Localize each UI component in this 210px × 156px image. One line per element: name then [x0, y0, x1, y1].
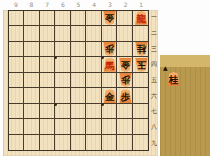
rank-label: 五 [150, 73, 158, 89]
board-cell[interactable] [55, 104, 70, 119]
board-cell[interactable] [24, 73, 39, 88]
board-cell[interactable] [40, 135, 55, 150]
board-cell[interactable] [133, 104, 148, 119]
rank-label: 六 [150, 88, 158, 104]
rank-label: 一 [150, 10, 158, 26]
board-cell[interactable] [71, 88, 86, 103]
board-cell[interactable] [71, 42, 86, 57]
board-cell[interactable] [40, 119, 55, 134]
board-cell[interactable] [55, 73, 70, 88]
board-cell[interactable] [55, 57, 70, 72]
file-label-3: 3 [102, 0, 118, 9]
file-label-5: 5 [71, 0, 87, 9]
board-cell[interactable] [40, 88, 55, 103]
board-cell[interactable] [9, 42, 24, 57]
board-cell[interactable] [86, 119, 101, 134]
board-cell[interactable] [71, 104, 86, 119]
board-cell[interactable] [71, 26, 86, 41]
board-cell[interactable] [9, 104, 24, 119]
board-cell[interactable] [9, 11, 24, 26]
file-label-8: 8 [24, 0, 40, 9]
board-cell[interactable] [102, 73, 117, 88]
board-cell[interactable] [117, 42, 132, 57]
rank-label: 八 [150, 120, 158, 136]
board-cell[interactable] [102, 26, 117, 41]
piece-glyph: 歩 [121, 90, 131, 104]
piece-glyph: 金 [121, 57, 131, 71]
board-cell[interactable] [9, 119, 24, 134]
piece-glyph: 金 [105, 90, 115, 104]
file-label-9: 9 [8, 0, 24, 9]
board-cell[interactable] [24, 57, 39, 72]
shogi-board: 金龍歩桂馬金玉歩金歩 [3, 10, 158, 156]
board-cell[interactable] [117, 119, 132, 134]
piece-glyph: 歩 [105, 42, 115, 56]
piece-glyph: 歩 [121, 73, 131, 87]
file-label-2: 2 [118, 0, 134, 9]
board-cell[interactable] [24, 119, 39, 134]
board-cell[interactable] [24, 104, 39, 119]
board-cell[interactable] [9, 73, 24, 88]
file-label-4: 4 [86, 0, 102, 9]
board-cell[interactable] [71, 119, 86, 134]
board-cell[interactable] [133, 73, 148, 88]
board-cell[interactable] [71, 135, 86, 150]
board-cell[interactable] [86, 11, 101, 26]
piece-glyph: 龍 [136, 11, 146, 25]
board-cell[interactable] [86, 135, 101, 150]
piece-glyph: 玉 [136, 57, 146, 71]
board-cell[interactable] [55, 42, 70, 57]
hoshi-dot [101, 103, 104, 106]
sente-marker-icon: ▲ [163, 64, 168, 71]
board-cell[interactable] [117, 11, 132, 26]
board-cell[interactable] [133, 26, 148, 41]
sente-komadai: ▲ 桂 [160, 55, 210, 156]
hoshi-dot [54, 103, 57, 106]
shogi-diagram: 987654321 金龍歩桂馬金玉歩金歩 一二三四五六七八九 ▲ 桂 [0, 0, 210, 156]
board-cell[interactable] [117, 104, 132, 119]
board-cell[interactable] [9, 88, 24, 103]
hoshi-dot [54, 56, 57, 59]
komadai-header: ▲ [160, 55, 210, 67]
rank-label: 二 [150, 26, 158, 42]
board-cell[interactable] [24, 11, 39, 26]
piece-glyph: 馬 [105, 58, 115, 72]
file-coordinate-labels: 987654321 [8, 0, 149, 9]
file-label-6: 6 [55, 0, 71, 9]
board-cell[interactable] [55, 135, 70, 150]
board-cell[interactable] [9, 57, 24, 72]
board-cell[interactable] [9, 26, 24, 41]
board-cell[interactable] [55, 88, 70, 103]
board-cell[interactable] [86, 104, 101, 119]
board-cell[interactable] [40, 73, 55, 88]
rank-label: 九 [150, 135, 158, 151]
komadai-piece-桂[interactable]: 桂 [167, 72, 180, 86]
board-cell[interactable] [9, 135, 24, 150]
board-cell[interactable] [86, 73, 101, 88]
rank-label: 三 [150, 41, 158, 57]
board-cell[interactable] [24, 42, 39, 57]
board-cell[interactable] [40, 57, 55, 72]
board-cell[interactable] [86, 88, 101, 103]
board-cell[interactable] [40, 104, 55, 119]
board-cell[interactable] [102, 135, 117, 150]
board-cell[interactable] [71, 73, 86, 88]
board-cell[interactable] [24, 135, 39, 150]
board-cell[interactable] [117, 26, 132, 41]
rank-coordinate-labels: 一二三四五六七八九 [150, 10, 158, 151]
board-cell[interactable] [24, 88, 39, 103]
piece-glyph: 金 [105, 10, 115, 24]
file-label-1: 1 [133, 0, 149, 9]
board-cell[interactable] [86, 26, 101, 41]
file-label-7: 7 [39, 0, 55, 9]
board-cell[interactable] [71, 11, 86, 26]
board-cell[interactable] [55, 119, 70, 134]
board-cell[interactable] [102, 119, 117, 134]
board-cell[interactable] [40, 26, 55, 41]
piece-glyph: 桂 [136, 42, 146, 56]
piece-glyph: 桂 [169, 73, 179, 87]
rank-label: 七 [150, 104, 158, 120]
board-cell[interactable] [133, 88, 148, 103]
board-cell[interactable] [117, 135, 132, 150]
board-cell[interactable] [55, 26, 70, 41]
hoshi-dot [101, 56, 104, 59]
board-cell[interactable] [71, 57, 86, 72]
board-cell[interactable] [133, 135, 148, 150]
rank-label: 四 [150, 57, 158, 73]
board-cell[interactable] [102, 104, 117, 119]
board-cell[interactable] [86, 42, 101, 57]
board-cell[interactable] [40, 11, 55, 26]
board-cell[interactable] [40, 42, 55, 57]
board-cell[interactable] [24, 26, 39, 41]
board-cell[interactable] [86, 57, 101, 72]
board-cell[interactable] [55, 11, 70, 26]
board-cell[interactable] [133, 119, 148, 134]
